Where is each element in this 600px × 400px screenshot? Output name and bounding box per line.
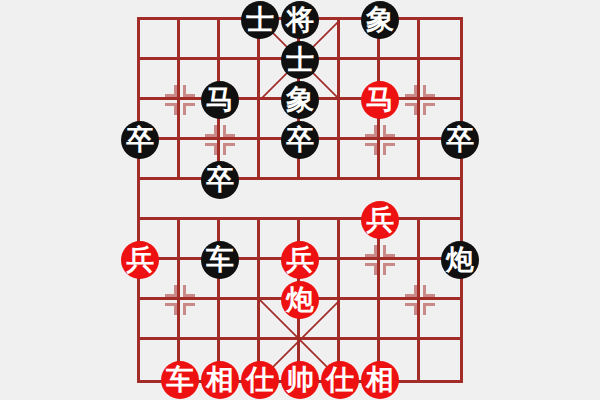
- board-cell: [300, 180, 340, 220]
- piece-red-chariot[interactable]: 车: [161, 361, 199, 399]
- piece-black-king[interactable]: 将: [281, 1, 319, 39]
- marker-bracket: [405, 103, 417, 115]
- marker-bracket: [365, 143, 377, 155]
- board-cell: [420, 20, 460, 60]
- marker-bracket: [165, 85, 177, 97]
- board-cell: [220, 300, 260, 340]
- board-cell: [420, 340, 460, 380]
- marker-bracket: [383, 125, 395, 137]
- marker-bracket: [383, 263, 395, 275]
- board-cell: [340, 300, 380, 340]
- piece-black-elephant[interactable]: 象: [281, 81, 319, 119]
- marker-bracket: [423, 103, 435, 115]
- piece-black-advisor[interactable]: 士: [281, 41, 319, 79]
- marker-bracket: [365, 263, 377, 275]
- piece-red-advisor[interactable]: 仕: [321, 361, 359, 399]
- marker-bracket: [405, 85, 417, 97]
- marker-bracket: [365, 245, 377, 257]
- piece-red-soldier[interactable]: 兵: [281, 241, 319, 279]
- marker-bracket: [365, 125, 377, 137]
- marker-bracket: [223, 143, 235, 155]
- marker-bracket: [405, 285, 417, 297]
- marker-bracket: [183, 103, 195, 115]
- piece-black-soldier[interactable]: 卒: [441, 121, 479, 159]
- piece-red-soldier[interactable]: 兵: [121, 241, 159, 279]
- marker-bracket: [183, 285, 195, 297]
- piece-black-soldier[interactable]: 卒: [121, 121, 159, 159]
- marker-bracket: [183, 303, 195, 315]
- marker-bracket: [205, 125, 217, 137]
- board-cell: [420, 180, 460, 220]
- marker-bracket: [423, 303, 435, 315]
- marker-bracket: [405, 303, 417, 315]
- marker-bracket: [423, 285, 435, 297]
- marker-bracket: [423, 85, 435, 97]
- marker-bracket: [165, 303, 177, 315]
- marker-bracket: [223, 125, 235, 137]
- piece-black-elephant[interactable]: 象: [361, 1, 399, 39]
- marker-bracket: [383, 245, 395, 257]
- marker-bracket: [383, 143, 395, 155]
- piece-black-cannon[interactable]: 炮: [441, 241, 479, 279]
- piece-black-horse[interactable]: 马: [201, 81, 239, 119]
- piece-red-horse[interactable]: 马: [361, 81, 399, 119]
- piece-red-advisor[interactable]: 仕: [241, 361, 279, 399]
- piece-black-soldier[interactable]: 卒: [281, 121, 319, 159]
- board-cell: [180, 20, 220, 60]
- piece-red-soldier[interactable]: 兵: [361, 201, 399, 239]
- piece-black-soldier[interactable]: 卒: [201, 161, 239, 199]
- board-cell: [260, 180, 300, 220]
- board-cell: [140, 20, 180, 60]
- piece-black-advisor[interactable]: 士: [241, 1, 279, 39]
- xiangqi-board: 士将象士马象马卒卒卒卒兵兵车兵炮炮车相仕帅仕相: [0, 0, 600, 400]
- piece-red-elephant[interactable]: 相: [201, 361, 239, 399]
- marker-bracket: [165, 103, 177, 115]
- piece-red-cannon[interactable]: 炮: [281, 281, 319, 319]
- piece-red-king[interactable]: 帅: [281, 361, 319, 399]
- marker-bracket: [205, 143, 217, 155]
- board-cell: [140, 180, 180, 220]
- piece-red-elephant[interactable]: 相: [361, 361, 399, 399]
- marker-bracket: [165, 285, 177, 297]
- marker-bracket: [183, 85, 195, 97]
- piece-black-chariot[interactable]: 车: [201, 241, 239, 279]
